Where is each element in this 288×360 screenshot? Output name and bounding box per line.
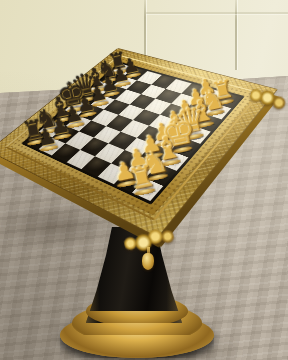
piece-shadow bbox=[103, 74, 121, 84]
piece-black-king: ♚ bbox=[53, 75, 91, 113]
board-square: ♜ bbox=[111, 64, 134, 76]
board-square: ♟ bbox=[124, 67, 148, 80]
board-square: ♞ bbox=[100, 72, 124, 85]
board-square bbox=[104, 99, 130, 114]
piece-black-rook: ♜ bbox=[102, 48, 135, 74]
board-square bbox=[151, 75, 176, 89]
board-square bbox=[137, 71, 161, 84]
piece-shadow bbox=[113, 66, 131, 75]
piece-shadow bbox=[116, 78, 134, 88]
board-square: ♟ bbox=[102, 85, 127, 99]
board-square: ♟ bbox=[113, 76, 137, 89]
piece-black-knight: ♞ bbox=[90, 55, 124, 84]
board-square bbox=[115, 90, 140, 105]
piece-black-pawn: ♟ bbox=[93, 72, 128, 97]
tassel-ornament bbox=[142, 253, 154, 270]
board-square: ♝ bbox=[89, 81, 113, 95]
piece-black-pawn: ♟ bbox=[115, 54, 148, 78]
board-square bbox=[118, 104, 144, 120]
piece-white-rook: ♜ bbox=[119, 160, 165, 196]
board-square bbox=[92, 110, 118, 126]
board-square bbox=[130, 94, 156, 109]
piece-shadow bbox=[126, 69, 144, 78]
board-square: ♟ bbox=[78, 105, 104, 121]
piece-black-pawn: ♟ bbox=[104, 63, 138, 88]
piece-shadow bbox=[93, 97, 112, 108]
board-square bbox=[127, 80, 152, 94]
piece-shadow bbox=[104, 87, 123, 97]
piece-black-pawn: ♟ bbox=[81, 81, 116, 107]
board-square: ♟ bbox=[90, 95, 115, 110]
piece-shadow bbox=[81, 107, 100, 118]
piece-shadow bbox=[68, 102, 87, 113]
piece-shadow bbox=[91, 83, 109, 93]
piece-black-queen: ♛ bbox=[66, 68, 103, 102]
board-square: ♛ bbox=[77, 90, 102, 104]
piece-shadow bbox=[80, 93, 99, 103]
board-square bbox=[141, 84, 166, 98]
piece-black-bishop: ♝ bbox=[79, 63, 114, 93]
chess-table-photo: ♜♞♝♛♚♝♞♜♟♟♟♟♟♟♟♟♟♟♟♟♟♟♟♟♜♞♝♛♚♝♞♜ bbox=[0, 0, 288, 360]
